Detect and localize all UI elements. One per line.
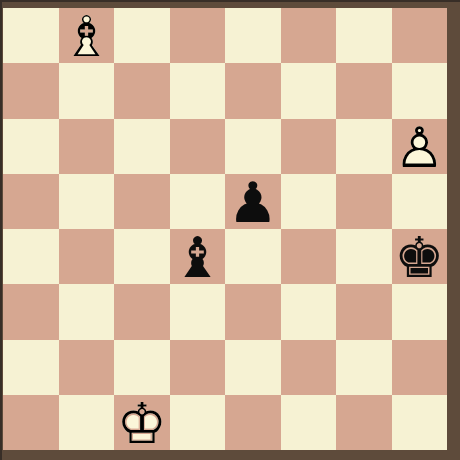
square-d7[interactable]	[170, 63, 226, 118]
square-f1[interactable]	[281, 395, 337, 450]
white-pawn-outline-layer: ♙	[394, 120, 444, 174]
square-f2[interactable]	[281, 340, 337, 395]
square-f8[interactable]	[281, 8, 337, 63]
square-g6[interactable]	[336, 119, 392, 174]
black-king[interactable]: ♚	[392, 229, 448, 284]
square-e1[interactable]	[225, 395, 281, 450]
white-pawn[interactable]: ♟♙	[392, 119, 448, 174]
square-h7[interactable]	[392, 63, 448, 118]
square-c6[interactable]	[114, 119, 170, 174]
square-g8[interactable]	[336, 8, 392, 63]
square-d6[interactable]	[170, 119, 226, 174]
white-bishop[interactable]: ♝♗	[59, 8, 115, 63]
square-d1[interactable]	[170, 395, 226, 450]
black-pawn[interactable]: ♟	[225, 174, 281, 229]
square-a3[interactable]	[3, 284, 59, 339]
square-b6[interactable]	[59, 119, 115, 174]
square-h6[interactable]: ♟♙	[392, 119, 448, 174]
square-h8[interactable]	[392, 8, 448, 63]
square-d3[interactable]	[170, 284, 226, 339]
white-bishop-outline-layer: ♗	[61, 9, 111, 63]
square-c3[interactable]	[114, 284, 170, 339]
square-h2[interactable]	[392, 340, 448, 395]
square-f7[interactable]	[281, 63, 337, 118]
frame-top-edge	[0, 0, 460, 2]
square-d8[interactable]	[170, 8, 226, 63]
square-e7[interactable]	[225, 63, 281, 118]
square-h4[interactable]: ♚	[392, 229, 448, 284]
square-a7[interactable]	[3, 63, 59, 118]
square-d2[interactable]	[170, 340, 226, 395]
white-king-outline-layer: ♔	[117, 396, 167, 450]
square-g1[interactable]	[336, 395, 392, 450]
square-g4[interactable]	[336, 229, 392, 284]
square-c8[interactable]	[114, 8, 170, 63]
square-a4[interactable]	[3, 229, 59, 284]
square-d5[interactable]	[170, 174, 226, 229]
chess-board: ♝♗♟♙♟♝♚♚♔	[3, 8, 447, 450]
square-f5[interactable]	[281, 174, 337, 229]
square-c2[interactable]	[114, 340, 170, 395]
square-d4[interactable]: ♝	[170, 229, 226, 284]
white-king[interactable]: ♚♔	[114, 395, 170, 450]
square-b3[interactable]	[59, 284, 115, 339]
black-king-glyph: ♚	[394, 230, 444, 284]
square-b8[interactable]: ♝♗	[59, 8, 115, 63]
square-b4[interactable]	[59, 229, 115, 284]
black-pawn-glyph: ♟	[228, 175, 278, 229]
square-h3[interactable]	[392, 284, 448, 339]
square-a1[interactable]	[3, 395, 59, 450]
square-c1[interactable]: ♚♔	[114, 395, 170, 450]
square-c4[interactable]	[114, 229, 170, 284]
square-b2[interactable]	[59, 340, 115, 395]
black-bishop-glyph: ♝	[172, 230, 222, 284]
board-frame: ♝♗♟♙♟♝♚♚♔	[0, 0, 460, 460]
square-a2[interactable]	[3, 340, 59, 395]
square-h1[interactable]	[392, 395, 448, 450]
frame-left-edge	[0, 0, 2, 460]
square-f3[interactable]	[281, 284, 337, 339]
square-f4[interactable]	[281, 229, 337, 284]
square-a6[interactable]	[3, 119, 59, 174]
square-g7[interactable]	[336, 63, 392, 118]
square-e3[interactable]	[225, 284, 281, 339]
square-e4[interactable]	[225, 229, 281, 284]
square-c5[interactable]	[114, 174, 170, 229]
square-e8[interactable]	[225, 8, 281, 63]
square-b7[interactable]	[59, 63, 115, 118]
square-g3[interactable]	[336, 284, 392, 339]
square-g2[interactable]	[336, 340, 392, 395]
square-e2[interactable]	[225, 340, 281, 395]
square-a8[interactable]	[3, 8, 59, 63]
square-f6[interactable]	[281, 119, 337, 174]
black-bishop[interactable]: ♝	[170, 229, 226, 284]
square-e6[interactable]	[225, 119, 281, 174]
square-c7[interactable]	[114, 63, 170, 118]
square-h5[interactable]	[392, 174, 448, 229]
square-g5[interactable]	[336, 174, 392, 229]
square-b5[interactable]	[59, 174, 115, 229]
square-e5[interactable]: ♟	[225, 174, 281, 229]
square-b1[interactable]	[59, 395, 115, 450]
square-a5[interactable]	[3, 174, 59, 229]
